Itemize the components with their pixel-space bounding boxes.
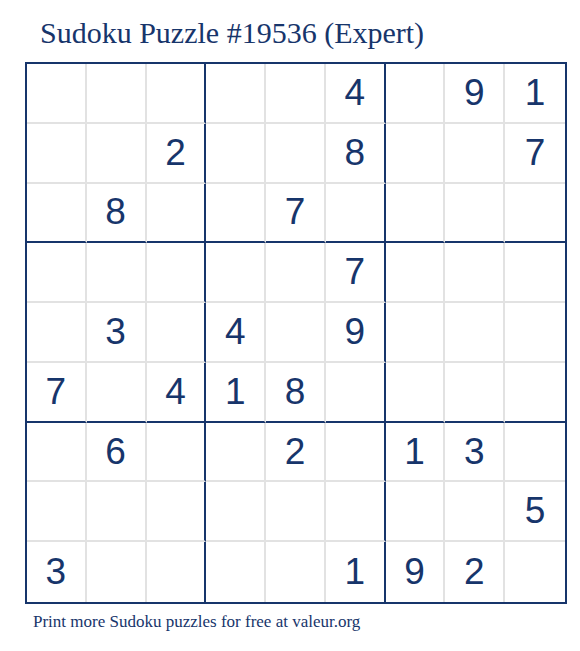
cell-r1c4 — [206, 64, 266, 124]
cell-r1c9: 1 — [505, 64, 565, 124]
cell-r3c2: 8 — [87, 184, 147, 244]
cell-r5c1 — [27, 303, 87, 363]
cell-r5c3 — [147, 303, 207, 363]
cell-r7c7: 1 — [386, 423, 446, 483]
cell-r6c9 — [505, 363, 565, 423]
cell-r4c1 — [27, 243, 87, 303]
cell-r4c4 — [206, 243, 266, 303]
cell-r4c5 — [266, 243, 326, 303]
cell-r1c2 — [87, 64, 147, 124]
cell-r9c5 — [266, 542, 326, 602]
cell-r3c5: 7 — [266, 184, 326, 244]
cell-r9c8: 2 — [445, 542, 505, 602]
sudoku-board: 4912878773497418621353192 — [25, 62, 567, 604]
cell-r8c3 — [147, 482, 207, 542]
cell-r6c2 — [87, 363, 147, 423]
cell-r7c9 — [505, 423, 565, 483]
cell-r8c8 — [445, 482, 505, 542]
cell-r1c6: 4 — [326, 64, 386, 124]
cell-r6c4: 1 — [206, 363, 266, 423]
cell-r5c8 — [445, 303, 505, 363]
cell-r9c3 — [147, 542, 207, 602]
cell-r8c4 — [206, 482, 266, 542]
cell-r2c4 — [206, 124, 266, 184]
cell-r7c4 — [206, 423, 266, 483]
cell-r6c1: 7 — [27, 363, 87, 423]
cell-r3c9 — [505, 184, 565, 244]
cell-r3c7 — [386, 184, 446, 244]
cell-r6c5: 8 — [266, 363, 326, 423]
cell-r6c3: 4 — [147, 363, 207, 423]
cell-r2c5 — [266, 124, 326, 184]
cell-r2c2 — [87, 124, 147, 184]
cell-r8c2 — [87, 482, 147, 542]
cell-r7c5: 2 — [266, 423, 326, 483]
cell-r9c4 — [206, 542, 266, 602]
cell-r4c7 — [386, 243, 446, 303]
page-title: Sudoku Puzzle #19536 (Expert) — [40, 16, 424, 50]
cell-r7c6 — [326, 423, 386, 483]
cell-r4c2 — [87, 243, 147, 303]
cell-r6c6 — [326, 363, 386, 423]
cell-r5c4: 4 — [206, 303, 266, 363]
cell-r3c8 — [445, 184, 505, 244]
cell-r1c3 — [147, 64, 207, 124]
cell-r7c3 — [147, 423, 207, 483]
cell-r8c6 — [326, 482, 386, 542]
cell-r3c3 — [147, 184, 207, 244]
cell-r5c7 — [386, 303, 446, 363]
cell-r3c4 — [206, 184, 266, 244]
cell-r1c7 — [386, 64, 446, 124]
cell-r5c5 — [266, 303, 326, 363]
cell-r9c2 — [87, 542, 147, 602]
sudoku-page: Sudoku Puzzle #19536 (Expert) 4912878773… — [0, 0, 580, 651]
cell-r9c9 — [505, 542, 565, 602]
cell-r9c1: 3 — [27, 542, 87, 602]
cell-r1c8: 9 — [445, 64, 505, 124]
cell-r4c9 — [505, 243, 565, 303]
cell-r2c8 — [445, 124, 505, 184]
cell-r8c7 — [386, 482, 446, 542]
cell-r9c6: 1 — [326, 542, 386, 602]
cell-r4c6: 7 — [326, 243, 386, 303]
cell-r8c5 — [266, 482, 326, 542]
cell-r4c8 — [445, 243, 505, 303]
cell-r1c5 — [266, 64, 326, 124]
cell-r2c7 — [386, 124, 446, 184]
cell-r9c7: 9 — [386, 542, 446, 602]
cell-r4c3 — [147, 243, 207, 303]
cell-r7c1 — [27, 423, 87, 483]
cell-r8c9: 5 — [505, 482, 565, 542]
footer-text: Print more Sudoku puzzles for free at va… — [33, 612, 360, 632]
cell-r6c7 — [386, 363, 446, 423]
cell-r8c1 — [27, 482, 87, 542]
cell-r2c1 — [27, 124, 87, 184]
cell-r7c8: 3 — [445, 423, 505, 483]
cell-r2c3: 2 — [147, 124, 207, 184]
cell-r1c1 — [27, 64, 87, 124]
cell-r5c6: 9 — [326, 303, 386, 363]
cell-r2c9: 7 — [505, 124, 565, 184]
cell-r5c9 — [505, 303, 565, 363]
cell-r7c2: 6 — [87, 423, 147, 483]
cell-r3c1 — [27, 184, 87, 244]
cell-r3c6 — [326, 184, 386, 244]
cell-r2c6: 8 — [326, 124, 386, 184]
cell-r6c8 — [445, 363, 505, 423]
cell-r5c2: 3 — [87, 303, 147, 363]
